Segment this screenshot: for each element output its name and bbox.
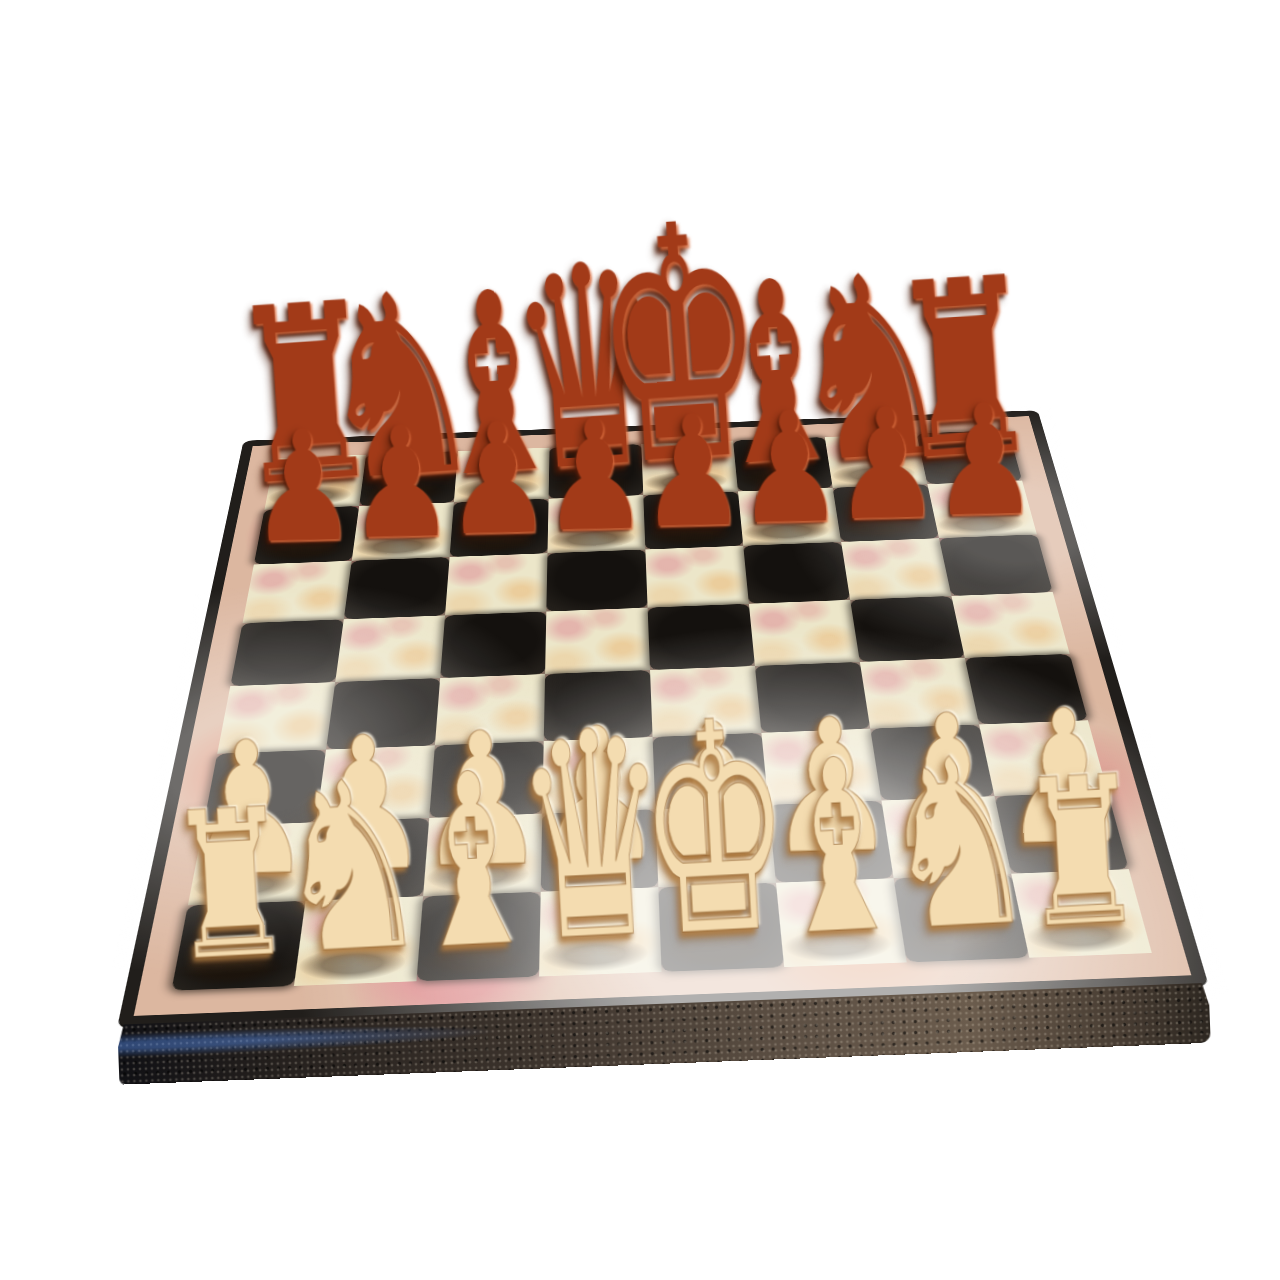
square-d6 bbox=[546, 549, 647, 611]
square-e2 bbox=[655, 805, 776, 887]
square-e6 bbox=[645, 546, 749, 608]
square-b3 bbox=[316, 745, 435, 822]
square-g2 bbox=[881, 796, 1011, 878]
square-a2 bbox=[188, 822, 316, 905]
square-b6 bbox=[344, 557, 450, 619]
square-h8 bbox=[916, 430, 1022, 484]
square-a5 bbox=[230, 619, 343, 686]
square-c1 bbox=[416, 892, 540, 981]
square-a4 bbox=[217, 682, 335, 754]
square-d7 bbox=[547, 495, 645, 553]
square-f4 bbox=[755, 662, 870, 733]
square-a7 bbox=[254, 506, 359, 565]
square-a3 bbox=[203, 750, 326, 827]
square-a6 bbox=[242, 561, 351, 623]
square-h4 bbox=[965, 654, 1088, 725]
square-c5 bbox=[440, 612, 546, 679]
square-c4 bbox=[435, 674, 545, 745]
square-g3 bbox=[870, 724, 994, 800]
square-a1 bbox=[171, 901, 305, 991]
chess-set-photo: ♜♞♝♛♚♝♞♜♟♟♟♟♟♟♟♟♟♟♟♟♟♟♟♟♜♞♝♛♚♝♞♜ bbox=[0, 0, 1280, 1280]
square-h3 bbox=[979, 720, 1107, 796]
square-d5 bbox=[545, 608, 650, 674]
square-h6 bbox=[939, 534, 1053, 596]
square-h7 bbox=[927, 481, 1037, 539]
square-h1 bbox=[1011, 869, 1152, 958]
square-d2 bbox=[541, 809, 659, 892]
square-e8 bbox=[641, 441, 738, 495]
square-f5 bbox=[749, 600, 860, 666]
square-b4 bbox=[326, 678, 440, 749]
square-f6 bbox=[743, 542, 850, 604]
square-f3 bbox=[761, 729, 881, 805]
square-e1 bbox=[658, 883, 784, 972]
square-b5 bbox=[335, 615, 445, 682]
square-h2 bbox=[995, 792, 1129, 874]
board-tilt-group: ♜♞♝♛♚♝♞♜♟♟♟♟♟♟♟♟♟♟♟♟♟♟♟♟♜♞♝♛♚♝♞♜ bbox=[0, 0, 1280, 1280]
square-g1 bbox=[894, 874, 1030, 963]
square-e5 bbox=[648, 604, 755, 670]
square-f8 bbox=[733, 437, 833, 491]
square-c2 bbox=[423, 814, 542, 897]
square-g6 bbox=[841, 538, 951, 600]
board-grid bbox=[171, 430, 1151, 991]
square-d1 bbox=[539, 887, 662, 976]
square-d8 bbox=[549, 444, 644, 499]
square-d4 bbox=[544, 670, 653, 741]
square-f2 bbox=[768, 801, 893, 883]
square-g7 bbox=[833, 484, 939, 542]
square-c6 bbox=[445, 553, 547, 615]
square-h5 bbox=[951, 592, 1069, 658]
square-b8 bbox=[359, 451, 458, 506]
square-e4 bbox=[650, 666, 761, 737]
square-c3 bbox=[429, 741, 544, 818]
square-b1 bbox=[294, 896, 423, 986]
square-c8 bbox=[454, 448, 550, 503]
square-g5 bbox=[850, 596, 965, 662]
square-f7 bbox=[738, 488, 841, 546]
square-e3 bbox=[653, 733, 769, 809]
square-a8 bbox=[264, 455, 366, 510]
chess-board bbox=[117, 410, 1208, 1027]
square-f1 bbox=[776, 878, 907, 967]
square-b2 bbox=[305, 818, 429, 901]
square-d3 bbox=[542, 737, 655, 814]
square-e7 bbox=[643, 491, 743, 549]
square-c7 bbox=[450, 499, 549, 557]
square-b7 bbox=[352, 502, 454, 560]
square-g8 bbox=[825, 434, 928, 488]
square-g4 bbox=[860, 658, 979, 729]
